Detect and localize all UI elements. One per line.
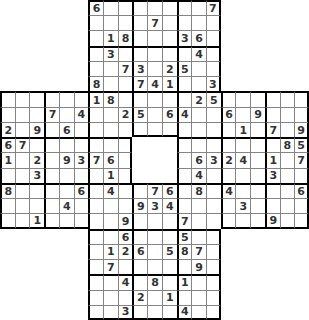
cell-r14c12[interactable]: 4 [162, 198, 177, 213]
cell-r11c2[interactable] [15, 152, 30, 167]
cell-r17c8[interactable]: 1 [103, 244, 118, 259]
cell-r13c13[interactable] [177, 183, 192, 198]
cell-r5c9[interactable]: 7 [118, 61, 133, 76]
cell-r10c3[interactable] [29, 137, 44, 152]
cell-r8c2[interactable] [15, 107, 30, 122]
cell-r11c15[interactable]: 3 [206, 152, 221, 167]
cell-r9c2[interactable] [15, 122, 30, 137]
cell-r16c8[interactable] [103, 229, 118, 244]
cell-r15c14[interactable] [191, 213, 206, 228]
cell-r5c7[interactable] [88, 61, 103, 76]
cell-r19c8[interactable] [103, 274, 118, 289]
cell-r9c9[interactable] [118, 122, 133, 137]
cell-r15c18[interactable] [250, 213, 265, 228]
cell-r17c15[interactable] [206, 244, 221, 259]
cell-r12c16[interactable] [221, 168, 236, 183]
cell-r12c14[interactable]: 4 [191, 168, 206, 183]
cell-r5c13[interactable]: 5 [177, 61, 192, 76]
cell-r7c4[interactable] [44, 91, 59, 106]
cell-r14c9[interactable] [118, 198, 133, 213]
cell-r16c7[interactable] [88, 229, 103, 244]
cell-r8c17[interactable] [235, 107, 250, 122]
cell-r18c12[interactable] [162, 259, 177, 274]
cell-r11c14[interactable]: 6 [191, 152, 206, 167]
cell-r13c21[interactable]: 6 [294, 183, 309, 198]
cell-r7c9[interactable] [118, 91, 133, 106]
cell-r18c14[interactable]: 9 [191, 259, 206, 274]
cell-r12c3[interactable]: 3 [29, 168, 44, 183]
cell-r14c8[interactable] [103, 198, 118, 213]
cell-r2c12[interactable] [162, 15, 177, 30]
cell-r3c11[interactable] [147, 30, 162, 45]
cell-r9c3[interactable]: 9 [29, 122, 44, 137]
cell-r14c3[interactable] [29, 198, 44, 213]
cell-r15c1[interactable] [0, 213, 15, 228]
cell-r21c15[interactable] [206, 305, 221, 320]
cell-r13c5[interactable] [59, 183, 74, 198]
cell-r7c12[interactable] [162, 91, 177, 106]
cell-r11c18[interactable] [250, 152, 265, 167]
cell-r15c3[interactable]: 1 [29, 213, 44, 228]
cell-r6c5 [59, 76, 74, 91]
cell-r19c7[interactable] [88, 274, 103, 289]
cell-r9c12[interactable] [162, 122, 177, 137]
cell-r8c6[interactable]: 4 [74, 107, 89, 122]
cell-r4c8[interactable]: 3 [103, 46, 118, 61]
cell-r14c13[interactable] [177, 198, 192, 213]
cell-r6c9[interactable] [118, 76, 133, 91]
cell-r3c12[interactable] [162, 30, 177, 45]
cell-r7c11[interactable] [147, 91, 162, 106]
cell-r18c9[interactable] [118, 259, 133, 274]
cell-r7c6[interactable] [74, 91, 89, 106]
cell-r20c15[interactable] [206, 290, 221, 305]
cell-r4c7[interactable] [88, 46, 103, 61]
cell-r8c15[interactable] [206, 107, 221, 122]
cell-r1c10[interactable] [132, 0, 147, 15]
cell-r11c8[interactable]: 6 [103, 152, 118, 167]
cell-r7c14[interactable]: 2 [191, 91, 206, 106]
cell-r4c19 [265, 46, 280, 61]
cell-r11c9[interactable] [118, 152, 133, 167]
cell-r13c20[interactable] [280, 183, 295, 198]
cell-r13c14[interactable]: 8 [191, 183, 206, 198]
cell-r7c21[interactable] [294, 91, 309, 106]
cell-r20c7[interactable] [88, 290, 103, 305]
cell-r16c9[interactable]: 6 [118, 229, 133, 244]
cell-r7c2[interactable] [15, 91, 30, 106]
cell-r1c7[interactable]: 6 [88, 0, 103, 15]
cell-r17c9[interactable]: 2 [118, 244, 133, 259]
cell-r19c14[interactable] [191, 274, 206, 289]
cell-r10c4[interactable] [44, 137, 59, 152]
cell-r6c11[interactable]: 4 [147, 76, 162, 91]
cell-r17c11[interactable] [147, 244, 162, 259]
cell-r10c9[interactable] [118, 137, 133, 152]
cell-r11c17[interactable]: 4 [235, 152, 250, 167]
cell-r16c12[interactable] [162, 229, 177, 244]
cell-r13c4[interactable] [44, 183, 59, 198]
cell-r15c8[interactable] [103, 213, 118, 228]
cell-r1c9[interactable] [118, 0, 133, 15]
cell-r21c8[interactable] [103, 305, 118, 320]
cell-r13c9[interactable] [118, 183, 133, 198]
cell-r10c14[interactable] [191, 137, 206, 152]
cell-r16c1 [0, 229, 15, 244]
cell-r11c19[interactable]: 1 [265, 152, 280, 167]
cell-r7c20[interactable] [280, 91, 295, 106]
cell-r21c12[interactable] [162, 305, 177, 320]
cell-r2c14[interactable] [191, 15, 206, 30]
cell-r12c20[interactable] [280, 168, 295, 183]
cell-r15c4[interactable] [44, 213, 59, 228]
cell-r13c12[interactable]: 6 [162, 183, 177, 198]
cell-r1c11[interactable] [147, 0, 162, 15]
cell-r14c17[interactable]: 3 [235, 198, 250, 213]
cell-r9c17[interactable]: 1 [235, 122, 250, 137]
cell-r15c7[interactable] [88, 213, 103, 228]
cell-r8c7[interactable] [88, 107, 103, 122]
cell-r11c21[interactable]: 7 [294, 152, 309, 167]
cell-r5c4 [44, 61, 59, 76]
cell-r14c21[interactable] [294, 198, 309, 213]
cell-r3c15[interactable] [206, 30, 221, 45]
cell-r16c13[interactable]: 5 [177, 229, 192, 244]
cell-r15c12[interactable] [162, 213, 177, 228]
cell-r20c11[interactable] [147, 290, 162, 305]
cell-r12c13[interactable] [177, 168, 192, 183]
cell-r5c15[interactable] [206, 61, 221, 76]
cell-r11c1[interactable]: 1 [0, 152, 15, 167]
cell-r12c1[interactable] [0, 168, 15, 183]
cell-r8c14[interactable] [191, 107, 206, 122]
cell-r6c8[interactable] [103, 76, 118, 91]
cell-r19c9[interactable]: 4 [118, 274, 133, 289]
cell-r20c14[interactable] [191, 290, 206, 305]
cell-r12c21[interactable] [294, 168, 309, 183]
cell-r2c9[interactable] [118, 15, 133, 30]
cell-r14c19[interactable] [265, 198, 280, 213]
cell-r12c2[interactable] [15, 168, 30, 183]
cell-r17c13[interactable]: 8 [177, 244, 192, 259]
cell-r9c4[interactable] [44, 122, 59, 137]
cell-r9c21[interactable]: 9 [294, 122, 309, 137]
cell-r14c7[interactable] [88, 198, 103, 213]
cell-r2c13[interactable] [177, 15, 192, 30]
cell-r12c5[interactable] [59, 168, 74, 183]
cell-r3c10[interactable] [132, 30, 147, 45]
cell-r10c5[interactable] [59, 137, 74, 152]
cell-r21c7[interactable] [88, 305, 103, 320]
cell-r2c15[interactable] [206, 15, 221, 30]
cell-r13c6[interactable]: 6 [74, 183, 89, 198]
cell-r6c10[interactable]: 7 [132, 76, 147, 91]
cell-r9c5[interactable]: 6 [59, 122, 74, 137]
cell-r21c10[interactable] [132, 305, 147, 320]
cell-r7c17[interactable] [235, 91, 250, 106]
cell-r14c2[interactable] [15, 198, 30, 213]
cell-r10c8[interactable] [103, 137, 118, 152]
cell-r15c21[interactable] [294, 213, 309, 228]
cell-r11c13[interactable] [177, 152, 192, 167]
cell-r2c10[interactable] [132, 15, 147, 30]
cell-r5c11[interactable] [147, 61, 162, 76]
cell-r18c8[interactable]: 7 [103, 259, 118, 274]
cell-r14c10[interactable]: 9 [132, 198, 147, 213]
cell-r8c20[interactable] [280, 107, 295, 122]
cell-r7c1[interactable] [0, 91, 15, 106]
cell-r13c10[interactable] [132, 183, 147, 198]
cell-r19c18 [250, 274, 265, 289]
cell-r9c19[interactable]: 7 [265, 122, 280, 137]
cell-r8c10[interactable]: 5 [132, 107, 147, 122]
cell-r8c1[interactable] [0, 107, 15, 122]
cell-r10c15[interactable] [206, 137, 221, 152]
cell-r8c19[interactable] [265, 107, 280, 122]
cell-r11c3[interactable]: 2 [29, 152, 44, 167]
cell-r9c7[interactable] [88, 122, 103, 137]
cell-r16c15[interactable] [206, 229, 221, 244]
cell-r15c13[interactable]: 7 [177, 213, 192, 228]
cell-r5c1 [0, 61, 15, 76]
cell-r3c13[interactable]: 3 [177, 30, 192, 45]
cell-r3c9[interactable]: 8 [118, 30, 133, 45]
cell-r11c6[interactable]: 3 [74, 152, 89, 167]
cell-r8c5[interactable] [59, 107, 74, 122]
cell-r13c15[interactable] [206, 183, 221, 198]
cell-r13c8[interactable]: 4 [103, 183, 118, 198]
cell-r9c10[interactable] [132, 122, 147, 137]
cell-r10c2[interactable]: 7 [15, 137, 30, 152]
cell-r13c17[interactable] [235, 183, 250, 198]
cell-r5c14[interactable] [191, 61, 206, 76]
cell-r4c11[interactable] [147, 46, 162, 61]
cell-r7c13[interactable] [177, 91, 192, 106]
cell-r20c9[interactable] [118, 290, 133, 305]
cell-r13c1[interactable]: 8 [0, 183, 15, 198]
cell-r15c16[interactable] [221, 213, 236, 228]
cell-r9c15[interactable] [206, 122, 221, 137]
cell-r18c10[interactable] [132, 259, 147, 274]
cell-r17c7[interactable] [88, 244, 103, 259]
cell-r10c17[interactable] [235, 137, 250, 152]
cell-r10c1[interactable]: 6 [0, 137, 15, 152]
cell-r3c7[interactable] [88, 30, 103, 45]
cell-r10c7[interactable] [88, 137, 103, 152]
cell-r7c7[interactable]: 1 [88, 91, 103, 106]
cell-r13c3[interactable] [29, 183, 44, 198]
cell-r4c15[interactable] [206, 46, 221, 61]
cell-r6c21 [294, 76, 309, 91]
cell-r12c6[interactable] [74, 168, 89, 183]
cell-r12c4[interactable] [44, 168, 59, 183]
cell-r5c8[interactable] [103, 61, 118, 76]
cell-r7c19[interactable] [265, 91, 280, 106]
cell-r21c13[interactable]: 4 [177, 305, 192, 320]
cell-r4c12[interactable] [162, 46, 177, 61]
cell-r2c11[interactable]: 7 [147, 15, 162, 30]
cell-r14c11[interactable]: 3 [147, 198, 162, 213]
cell-r13c11[interactable]: 7 [147, 183, 162, 198]
cell-r11c4[interactable] [44, 152, 59, 167]
cell-r12c7[interactable] [88, 168, 103, 183]
cell-r12c19[interactable]: 3 [265, 168, 280, 183]
cell-r8c9[interactable]: 2 [118, 107, 133, 122]
cell-r15c17[interactable] [235, 213, 250, 228]
cell-r7c15[interactable]: 5 [206, 91, 221, 106]
cell-r18c13[interactable] [177, 259, 192, 274]
cell-r13c19[interactable] [265, 183, 280, 198]
cell-r9c6[interactable] [74, 122, 89, 137]
cell-r17c12[interactable]: 5 [162, 244, 177, 259]
cell-r4c13[interactable] [177, 46, 192, 61]
cell-r11c7[interactable]: 7 [88, 152, 103, 167]
cell-r8c21[interactable] [294, 107, 309, 122]
cell-r20c12[interactable]: 1 [162, 290, 177, 305]
cell-r21c17 [235, 305, 250, 320]
cell-r11c5[interactable]: 9 [59, 152, 74, 167]
cell-r8c8[interactable] [103, 107, 118, 122]
cell-r6c12[interactable]: 1 [162, 76, 177, 91]
cell-r15c6[interactable] [74, 213, 89, 228]
cell-r6c7[interactable]: 8 [88, 76, 103, 91]
cell-r8c3[interactable] [29, 107, 44, 122]
cell-r19c11[interactable]: 8 [147, 274, 162, 289]
cell-r8c13[interactable]: 4 [177, 107, 192, 122]
cell-r19c13[interactable]: 1 [177, 274, 192, 289]
cell-r1c14[interactable] [191, 0, 206, 15]
cell-r17c10[interactable]: 6 [132, 244, 147, 259]
cell-r3c8[interactable]: 1 [103, 30, 118, 45]
cell-r14c18[interactable] [250, 198, 265, 213]
cell-r16c11[interactable] [147, 229, 162, 244]
cell-r1c13[interactable] [177, 0, 192, 15]
cell-r17c14[interactable]: 7 [191, 244, 206, 259]
cell-r9c1[interactable]: 2 [0, 122, 15, 137]
cell-r10c20[interactable]: 8 [280, 137, 295, 152]
cell-r18c11[interactable] [147, 259, 162, 274]
cell-r2c7[interactable] [88, 15, 103, 30]
cell-r13c18[interactable] [250, 183, 265, 198]
cell-r1c12[interactable] [162, 0, 177, 15]
cell-r2c8[interactable] [103, 15, 118, 30]
cell-r13c16[interactable]: 4 [221, 183, 236, 198]
cell-r10c18[interactable] [250, 137, 265, 152]
cell-r9c18[interactable] [250, 122, 265, 137]
cell-r20c8[interactable] [103, 290, 118, 305]
cell-r7c3[interactable] [29, 91, 44, 106]
cell-r8c12[interactable]: 6 [162, 107, 177, 122]
cell-r21c11[interactable] [147, 305, 162, 320]
cell-r9c11[interactable] [147, 122, 162, 137]
cell-r10c16[interactable] [221, 137, 236, 152]
cell-r15c9[interactable]: 9 [118, 213, 133, 228]
cell-r9c13[interactable] [177, 122, 192, 137]
cell-r9c8[interactable] [103, 122, 118, 137]
cell-r15c5[interactable] [59, 213, 74, 228]
cell-r15c19[interactable]: 9 [265, 213, 280, 228]
cell-r12c9[interactable] [118, 168, 133, 183]
cell-r12c18[interactable] [250, 168, 265, 183]
cell-r18c15[interactable] [206, 259, 221, 274]
cell-r10c21[interactable]: 5 [294, 137, 309, 152]
cell-r11c16[interactable]: 2 [221, 152, 236, 167]
cell-r9c16[interactable] [221, 122, 236, 137]
cell-r4c14[interactable]: 4 [191, 46, 206, 61]
cell-r7c8[interactable]: 8 [103, 91, 118, 106]
cell-r8c11[interactable] [147, 107, 162, 122]
cell-r8c18[interactable]: 9 [250, 107, 265, 122]
cell-r3c14[interactable]: 6 [191, 30, 206, 45]
cell-r16c14[interactable] [191, 229, 206, 244]
cell-r5c12[interactable]: 2 [162, 61, 177, 76]
cell-r16c10[interactable] [132, 229, 147, 244]
cell-r10c13[interactable] [177, 137, 192, 152]
cell-r13c7[interactable] [88, 183, 103, 198]
cell-r19c10[interactable] [132, 274, 147, 289]
cell-r15c15[interactable] [206, 213, 221, 228]
cell-r19c12[interactable] [162, 274, 177, 289]
cell-r15c20[interactable] [280, 213, 295, 228]
cell-r15c2[interactable] [15, 213, 30, 228]
cell-r6c15[interactable]: 3 [206, 76, 221, 91]
cell-r21c9[interactable]: 3 [118, 305, 133, 320]
cell-r12c17[interactable] [235, 168, 250, 183]
cell-r8c16[interactable]: 6 [221, 107, 236, 122]
cell-r10c19[interactable] [265, 137, 280, 152]
cell-r7c18[interactable] [250, 91, 265, 106]
cell-r18c17 [235, 259, 250, 274]
cell-r14c1[interactable] [0, 198, 15, 213]
cell-r14c6[interactable] [74, 198, 89, 213]
cell-r20c10[interactable]: 2 [132, 290, 147, 305]
cell-r4c10[interactable] [132, 46, 147, 61]
cell-r1c15[interactable]: 7 [206, 0, 221, 15]
cell-r8c4[interactable]: 7 [44, 107, 59, 122]
cell-r20c13[interactable] [177, 290, 192, 305]
cell-r9c14[interactable] [191, 122, 206, 137]
cell-r6c13[interactable] [177, 76, 192, 91]
cell-r18c7[interactable] [88, 259, 103, 274]
cell-r1c8[interactable] [103, 0, 118, 15]
cell-r14c14[interactable] [191, 198, 206, 213]
cell-r19c15[interactable] [206, 274, 221, 289]
cell-r21c3 [29, 305, 44, 320]
cell-r21c4 [44, 305, 59, 320]
cell-r21c14[interactable] [191, 305, 206, 320]
cell-r5c10[interactable]: 3 [132, 61, 147, 76]
cell-r6c14[interactable] [191, 76, 206, 91]
cell-r14c16[interactable] [221, 198, 236, 213]
cell-r4c9[interactable] [118, 46, 133, 61]
cell-r12c8[interactable]: 1 [103, 168, 118, 183]
cell-r14c15[interactable] [206, 198, 221, 213]
cell-r7c5[interactable] [59, 91, 74, 106]
cell-r7c10[interactable] [132, 91, 147, 106]
cell-r14c5[interactable]: 4 [59, 198, 74, 213]
cell-r1c4 [44, 0, 59, 15]
cell-r12c15[interactable] [206, 168, 221, 183]
cell-r10c6[interactable] [74, 137, 89, 152]
cell-r14c20[interactable] [280, 198, 295, 213]
cell-r11c20[interactable] [280, 152, 295, 167]
cell-r13c2[interactable] [15, 183, 30, 198]
cell-r7c16[interactable] [221, 91, 236, 106]
cell-r15c11[interactable] [147, 213, 162, 228]
cell-r14c4[interactable] [44, 198, 59, 213]
cell-r9c20[interactable] [280, 122, 295, 137]
cell-r15c10[interactable] [132, 213, 147, 228]
